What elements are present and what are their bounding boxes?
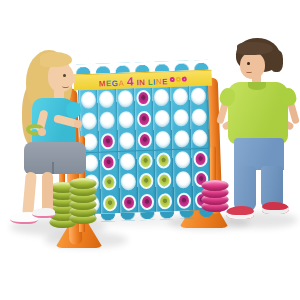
cell-r3c5	[154, 128, 173, 149]
boy-polo-shirt	[228, 82, 288, 144]
cell-r1c5	[152, 87, 171, 108]
cell-r6c5	[156, 190, 175, 211]
boy-collar	[248, 82, 266, 90]
cell-r3c4	[135, 129, 154, 150]
boy-leg	[234, 166, 256, 210]
banner-text: MEGA 4 IN LINE	[99, 74, 168, 88]
empty-hole	[190, 88, 206, 106]
cell-r2c4	[135, 108, 154, 129]
empty-hole	[175, 171, 191, 189]
green-ring	[158, 193, 173, 209]
magenta-ring	[137, 111, 152, 127]
boy-sneaker	[262, 202, 289, 214]
yellow-ring-icon	[176, 77, 181, 82]
cell-r3c3	[117, 130, 136, 151]
cell-r3c7	[190, 127, 209, 148]
empty-hole	[174, 130, 190, 148]
banner-letter: N	[139, 77, 145, 86]
magenta-ring	[102, 154, 117, 170]
empty-hole	[172, 88, 188, 106]
magenta-ring	[176, 192, 191, 208]
cell-r4c4	[136, 150, 155, 171]
cell-r2c3	[116, 109, 135, 130]
cell-r1c3	[116, 88, 135, 109]
banner-icons	[170, 77, 187, 83]
green-ring	[157, 152, 172, 168]
empty-hole	[117, 90, 133, 108]
cell-r4c2	[100, 151, 119, 172]
empty-hole	[155, 110, 171, 128]
girl-hand	[74, 120, 82, 128]
magenta-ring	[136, 90, 151, 106]
empty-hole	[118, 111, 134, 129]
cell-r5c5	[155, 170, 174, 191]
boy-eye	[247, 62, 250, 65]
boy-hair-fringe	[237, 42, 273, 55]
girl-hair-fringe	[40, 52, 72, 67]
scene: MEGA 4 IN LINE	[0, 0, 300, 300]
empty-hole	[154, 89, 170, 107]
magenta-ring	[101, 133, 116, 149]
cell-r1c4	[134, 88, 153, 109]
empty-hole	[192, 129, 208, 147]
banner-letter: E	[162, 77, 168, 86]
cell-r6c2	[101, 192, 120, 213]
cell-r5c4	[137, 170, 156, 191]
cell-r2c7	[189, 106, 208, 127]
empty-hole	[120, 173, 136, 191]
cell-r4c7	[191, 148, 210, 169]
cell-r1c6	[170, 86, 189, 107]
boy-smile	[246, 70, 252, 73]
magenta-ring-icon	[170, 77, 175, 82]
empty-hole	[119, 132, 135, 150]
girl-shoe	[32, 208, 55, 218]
magenta-ring	[193, 151, 208, 167]
girl-shorts-seam	[52, 162, 54, 174]
cell-r4c3	[118, 150, 137, 171]
boy-sneaker	[226, 206, 254, 219]
magenta-ring	[138, 131, 153, 147]
girl-shorts	[24, 142, 86, 174]
empty-hole	[120, 153, 136, 171]
cell-r6c6	[174, 190, 193, 211]
player-girl	[10, 50, 102, 234]
girl-smile	[62, 84, 69, 88]
boy-hair	[270, 50, 283, 72]
green-ring	[103, 195, 118, 211]
girl-sleeve	[66, 102, 81, 118]
empty-hole	[155, 130, 171, 148]
girl-hand	[38, 128, 46, 136]
green-ring	[138, 153, 153, 169]
empty-hole	[173, 109, 189, 127]
magenta-ring	[140, 193, 155, 209]
green-ring	[139, 173, 154, 189]
green-ring	[157, 172, 172, 188]
cell-r4c5	[154, 149, 173, 170]
cell-r2c6	[171, 107, 190, 128]
cell-r3c6	[172, 128, 191, 149]
cell-r4c6	[173, 148, 192, 169]
empty-hole	[100, 112, 116, 130]
magenta-ring-icon	[182, 77, 187, 82]
cell-r6c4	[138, 191, 157, 212]
player-boy	[220, 38, 300, 230]
empty-hole	[174, 151, 190, 169]
cell-r5c6	[173, 169, 192, 190]
cell-r5c2	[100, 172, 119, 193]
boy-face	[240, 52, 265, 79]
empty-hole	[191, 108, 207, 126]
girl-nose	[71, 76, 76, 83]
cell-r1c7	[189, 86, 208, 107]
cell-r6c3	[119, 192, 138, 213]
girl-eye	[63, 74, 66, 77]
cell-r2c5	[153, 108, 172, 129]
green-ring	[102, 174, 117, 190]
cell-r5c3	[119, 171, 138, 192]
magenta-ring	[121, 194, 136, 210]
